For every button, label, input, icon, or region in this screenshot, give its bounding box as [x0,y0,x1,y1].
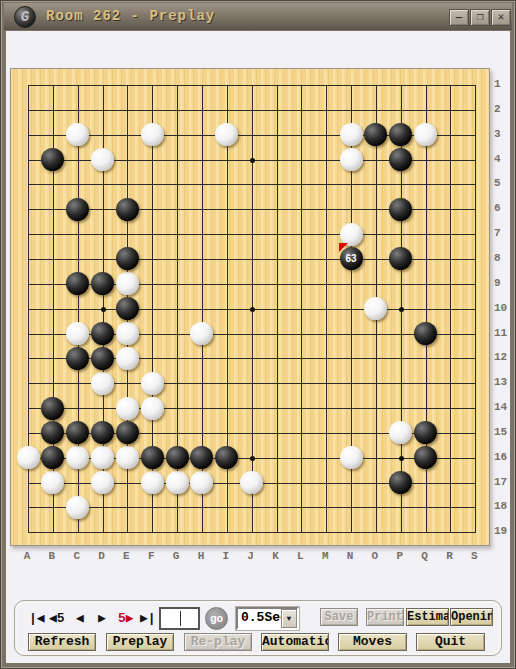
coordinate-row-label: 15 [494,426,512,438]
coordinate-column-label: M [318,550,332,562]
window-title: Room 262 - Preplay [46,8,215,24]
coordinate-row-label: 12 [494,351,512,363]
black-stone [141,446,164,469]
black-stone [389,148,412,171]
black-stone [66,421,89,444]
title-bar[interactable]: G Room 262 - Preplay — ❒ ✕ [4,3,512,30]
white-stone [116,347,139,370]
black-stone [116,247,139,270]
client-area: 63 ABCDEFGHIJKLMNOPQRS123456789101112131… [6,31,510,663]
coordinate-row-label: 19 [494,525,512,537]
coordinate-column-label: N [343,550,357,562]
white-stone [141,397,164,420]
black-stone [389,471,412,494]
control-panel: |◀ ◀5 ◀ ▶ 5▶ ▶| go 0.5Sec ▼ Save Print E… [14,600,502,656]
star-point [250,307,255,312]
white-stone [116,446,139,469]
coordinate-column-label: D [95,550,109,562]
coordinate-row-label: 5 [494,177,512,189]
coordinate-row-label: 10 [494,302,512,314]
black-stone [91,322,114,345]
black-stone [91,272,114,295]
coordinate-column-label: R [442,550,456,562]
black-stone [116,297,139,320]
coordinate-column-label: H [194,550,208,562]
white-stone [215,123,238,146]
delay-dropdown[interactable]: 0.5Sec ▼ [236,607,299,630]
white-stone [389,421,412,444]
white-stone [141,123,164,146]
estimate-button[interactable]: Estimate [406,608,449,626]
black-stone [91,347,114,370]
white-stone [91,446,114,469]
white-stone [340,148,363,171]
coordinate-row-label: 8 [494,252,512,264]
grid-line-v [277,85,278,533]
app-logo-icon: G [14,6,36,28]
chevron-down-icon[interactable]: ▼ [281,609,297,628]
black-stone [166,446,189,469]
quit-button[interactable]: Quit [416,633,485,651]
moves-button[interactable]: Moves [338,633,407,651]
print-button[interactable]: Print [366,608,404,626]
black-stone [66,272,89,295]
grid-line-v [475,85,476,533]
white-stone [116,272,139,295]
preplay-button[interactable]: Preplay [106,633,174,651]
coordinate-row-label: 3 [494,128,512,140]
coordinate-column-label: S [467,550,481,562]
goban-area: 63 ABCDEFGHIJKLMNOPQRS123456789101112131… [10,68,510,568]
coordinate-column-label: K [269,550,283,562]
white-stone [190,322,213,345]
white-stone [91,372,114,395]
white-stone [340,223,363,246]
white-stone [66,322,89,345]
go-board[interactable]: 63 [10,68,490,546]
nav-back5-button[interactable]: ◀5 [49,610,65,628]
nav-forward1-button[interactable]: ▶ [98,610,106,628]
coordinate-column-label: O [368,550,382,562]
white-stone [91,471,114,494]
black-stone [116,421,139,444]
star-point [399,307,404,312]
coordinate-row-label: 2 [494,103,512,115]
coordinate-column-label: C [70,550,84,562]
white-stone [66,496,89,519]
opening-button[interactable]: Opening [450,608,493,626]
black-stone [364,123,387,146]
white-stone [166,471,189,494]
white-stone [66,123,89,146]
white-stone [91,148,114,171]
black-stone [215,446,238,469]
star-point [250,456,255,461]
white-stone [116,397,139,420]
white-stone [141,372,164,395]
replay-button[interactable]: Re-play [184,633,252,651]
coordinate-column-label: G [169,550,183,562]
white-stone [364,297,387,320]
coordinate-column-label: Q [418,550,432,562]
black-stone [190,446,213,469]
coordinate-row-label: 16 [494,451,512,463]
black-stone [66,347,89,370]
grid-line-h [28,532,476,533]
black-stone [414,322,437,345]
coordinate-column-label: E [119,550,133,562]
coordinate-column-label: B [45,550,59,562]
last-move-number: 63 [340,247,363,270]
grid-line-v [326,85,327,533]
coordinate-row-label: 17 [494,476,512,488]
grid-line-h [28,408,476,409]
coordinate-row-label: 9 [494,277,512,289]
black-stone [389,123,412,146]
coordinate-row-label: 13 [494,376,512,388]
coordinate-column-label: L [293,550,307,562]
coordinate-column-label: I [219,550,233,562]
white-stone [141,471,164,494]
white-stone [340,446,363,469]
star-point [250,158,255,163]
coordinate-column-label: J [244,550,258,562]
close-button[interactable]: ✕ [491,9,511,26]
star-point [399,456,404,461]
black-stone [414,446,437,469]
grid-line-h [28,507,476,508]
save-button[interactable]: Save [320,608,358,626]
black-stone [41,397,64,420]
nav-back1-button[interactable]: ◀ [76,610,84,628]
text-caret [180,611,181,626]
black-stone [389,198,412,221]
black-stone [66,198,89,221]
nav-forward5-button[interactable]: 5▶ [118,610,134,628]
minimize-button[interactable]: — [449,9,469,26]
coordinate-column-label: P [393,550,407,562]
black-stone [41,148,64,171]
go-button[interactable]: go [205,607,228,630]
maximize-button[interactable]: ❒ [470,9,490,26]
nav-last-button[interactable]: ▶| [140,610,156,628]
white-stone [66,446,89,469]
black-stone [389,247,412,270]
black-stone [91,421,114,444]
coordinate-row-label: 1 [494,78,512,90]
black-stone [414,421,437,444]
coordinate-row-label: 18 [494,500,512,512]
grid-line-v [301,85,302,533]
coordinate-row-label: 11 [494,327,512,339]
coordinate-row-label: 7 [494,227,512,239]
white-stone [240,471,263,494]
automatic-button[interactable]: Automatic [261,633,329,651]
grid-line-v [450,85,451,533]
white-stone [190,471,213,494]
white-stone [41,471,64,494]
coordinate-row-label: 4 [494,153,512,165]
coordinate-row-label: 14 [494,401,512,413]
move-number-input[interactable] [159,607,200,630]
white-stone [17,446,40,469]
white-stone [340,123,363,146]
coordinate-column-label: A [20,550,34,562]
coordinate-row-label: 6 [494,202,512,214]
nav-first-button[interactable]: |◀ [29,610,45,628]
black-stone [116,198,139,221]
coordinate-column-label: F [144,550,158,562]
star-point [101,307,106,312]
black-stone [41,446,64,469]
white-stone [414,123,437,146]
refresh-button[interactable]: Refresh [28,633,96,651]
black-stone [41,421,64,444]
app-window: G Room 262 - Preplay — ❒ ✕ 63 ABCDEFGHIJ… [0,0,516,669]
white-stone [116,322,139,345]
